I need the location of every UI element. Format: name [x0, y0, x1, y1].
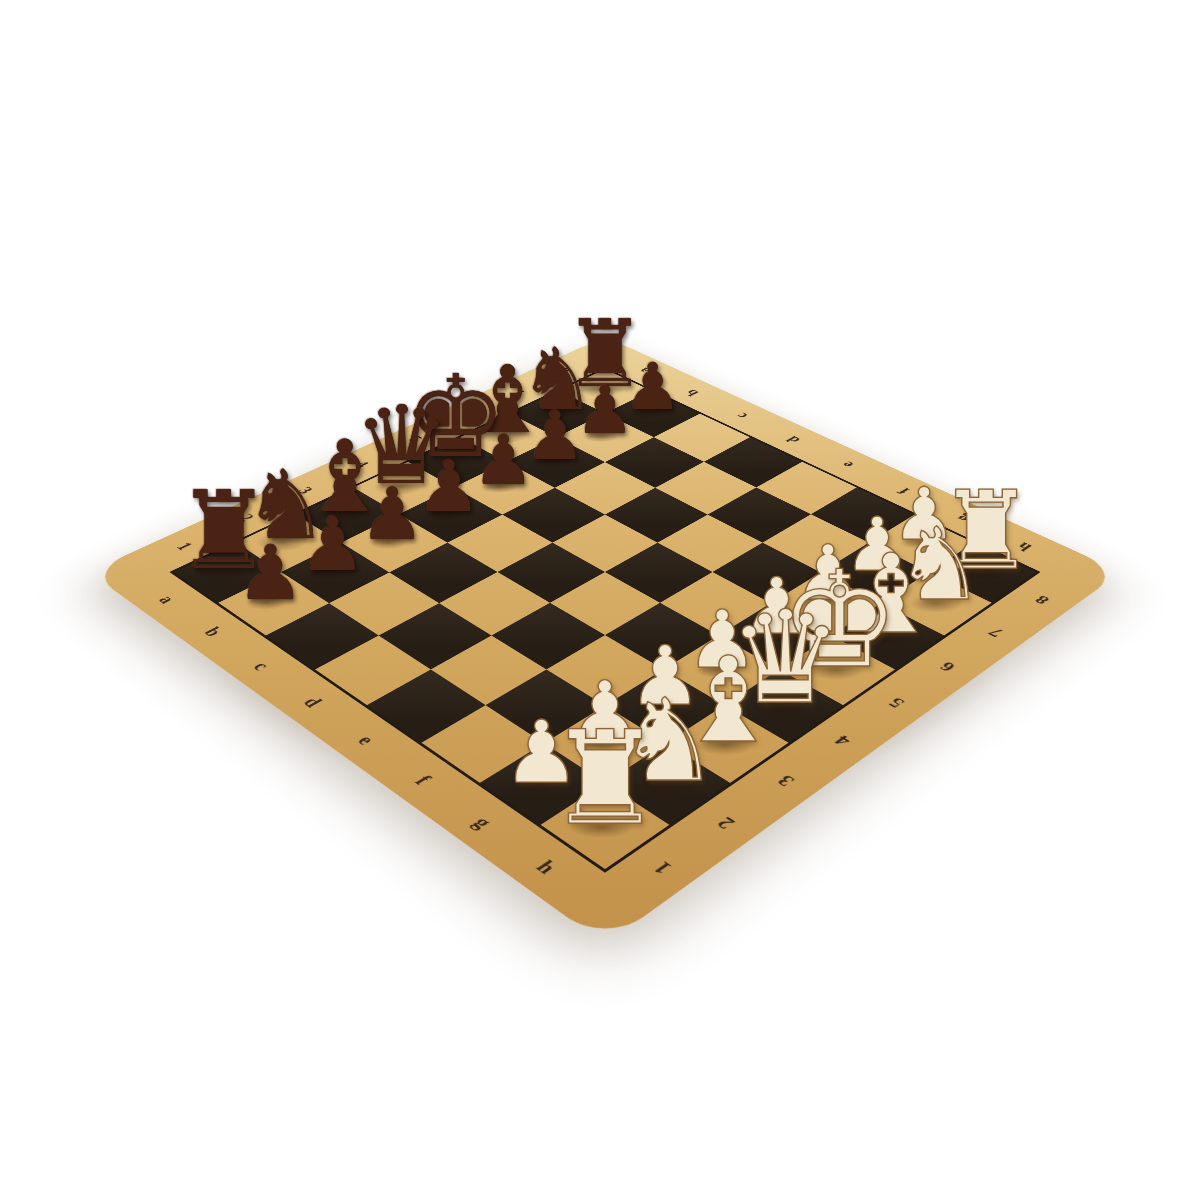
- rank-label-right-2: 2: [713, 813, 740, 832]
- file-label-bottom-h: h: [532, 857, 562, 877]
- file-label-bottom-c: c: [249, 659, 275, 674]
- rank-label-right-7: 7: [985, 624, 1008, 638]
- rank-label-right-3: 3: [773, 771, 799, 789]
- piece-black-pawn-b1[interactable]: ♟: [236, 536, 304, 612]
- photo-canvas: aa11bb22cc33dd44ee55ff66gg77hh88 ♜♟♟♜♞♟♟…: [0, 0, 1200, 1200]
- file-label-bottom-g: g: [469, 813, 497, 832]
- rank-label-right-4: 4: [831, 731, 856, 748]
- rank-label-right-1: 1: [649, 857, 677, 877]
- rank-label-right-6: 6: [936, 658, 960, 673]
- file-label-bottom-d: d: [299, 694, 327, 710]
- piece-black-pawn-b4[interactable]: ♟: [417, 452, 480, 523]
- file-label-top-e: e: [838, 459, 858, 470]
- piece-black-pawn-b3[interactable]: ♟: [360, 479, 425, 551]
- piece-white-rook-h1[interactable]: ♜: [547, 714, 663, 844]
- piece-black-pawn-b2[interactable]: ♟: [300, 507, 366, 581]
- piece-black-pawn-b5[interactable]: ♟: [472, 426, 534, 495]
- file-label-bottom-f: f: [411, 772, 436, 788]
- file-label-bottom-b: b: [200, 624, 227, 639]
- file-label-bottom-e: e: [353, 732, 380, 748]
- rank-label-right-8: 8: [1032, 592, 1054, 606]
- file-label-bottom-a: a: [155, 592, 181, 606]
- file-label-top-c: c: [732, 410, 751, 420]
- file-label-top-b: b: [682, 387, 702, 397]
- file-label-top-d: d: [783, 434, 804, 445]
